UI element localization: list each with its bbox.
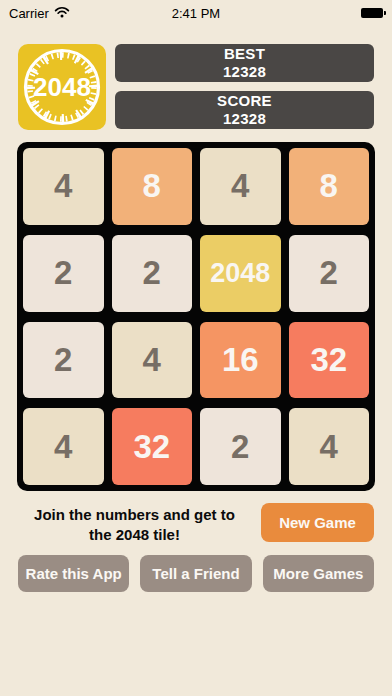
best-value: 12328 [223,63,266,81]
tile-r2c2: 16 [200,322,281,399]
tile-r3c0: 4 [23,408,104,485]
current-score-box: SCORE 12328 [115,91,374,129]
app-screen: Carrier 2:41 PM 2048 [0,0,392,696]
status-bar: Carrier 2:41 PM [0,0,392,26]
footer: Join the numbers and get to the 2048 til… [18,503,374,592]
tile-r1c3: 2 [289,235,370,312]
new-game-button[interactable]: New Game [261,503,374,542]
tile-r0c0: 4 [23,148,104,225]
tile-r1c0: 2 [23,235,104,312]
header: 2048 BEST 12328 SCORE 12328 [0,26,392,130]
rate-app-button[interactable]: Rate this App [18,555,129,592]
tile-r1c2: 2048 [200,235,281,312]
app-logo-2048-clock-icon: 2048 [18,44,106,130]
tile-r0c3: 8 [289,148,370,225]
tile-r1c1: 2 [112,235,193,312]
more-games-button[interactable]: More Games [263,555,374,592]
tile-r3c2: 2 [200,408,281,485]
logo-text: 2048 [33,72,91,102]
score-label: SCORE [217,92,272,110]
tile-r3c3: 4 [289,408,370,485]
score-value: 12328 [223,110,266,128]
tell-friend-button[interactable]: Tell a Friend [140,555,251,592]
battery-icon [361,8,383,18]
tile-r2c1: 4 [112,322,193,399]
clock-time: 2:41 PM [0,6,392,21]
tagline-text: Join the numbers and get to the 2048 til… [18,503,261,544]
game-board[interactable]: 4 8 4 8 2 2 2048 2 2 4 16 32 4 32 2 4 [17,142,375,491]
tile-r0c2: 4 [200,148,281,225]
tile-r2c0: 2 [23,322,104,399]
tile-r2c3: 32 [289,322,370,399]
tile-r0c1: 8 [112,148,193,225]
tile-r3c1: 32 [112,408,193,485]
best-score-box: BEST 12328 [115,44,374,82]
best-label: BEST [224,45,265,63]
